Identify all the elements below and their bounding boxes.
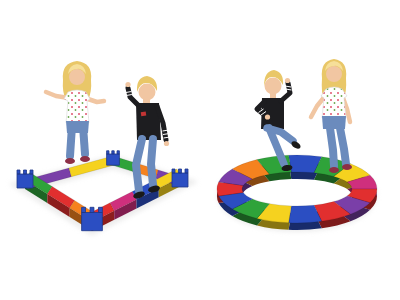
shoe bbox=[65, 158, 75, 164]
square-balance-course bbox=[17, 151, 188, 231]
child-girl-left bbox=[46, 61, 104, 164]
head bbox=[265, 78, 282, 95]
circular-balance-ring bbox=[217, 155, 377, 230]
corner-post bbox=[82, 207, 103, 230]
hand bbox=[265, 114, 270, 119]
jeans-hips bbox=[322, 116, 346, 129]
chest-logo bbox=[141, 112, 147, 117]
shoe bbox=[342, 164, 352, 170]
corner-post bbox=[172, 169, 188, 187]
head bbox=[69, 69, 85, 85]
corner-post bbox=[17, 170, 33, 188]
shoe bbox=[80, 156, 90, 162]
scene-canvas bbox=[0, 0, 400, 300]
product-photo bbox=[0, 0, 400, 300]
head bbox=[139, 84, 156, 101]
jeans-hips bbox=[66, 121, 89, 133]
shoe bbox=[329, 167, 339, 173]
head bbox=[326, 66, 342, 82]
corner-post bbox=[107, 151, 120, 165]
hand bbox=[164, 141, 169, 146]
hand bbox=[285, 78, 290, 83]
hand bbox=[125, 82, 130, 87]
leg bbox=[330, 128, 334, 166]
leg bbox=[340, 128, 346, 164]
polka-dot-top bbox=[321, 87, 347, 118]
polka-dot-top bbox=[64, 90, 90, 123]
leg bbox=[151, 139, 153, 185]
